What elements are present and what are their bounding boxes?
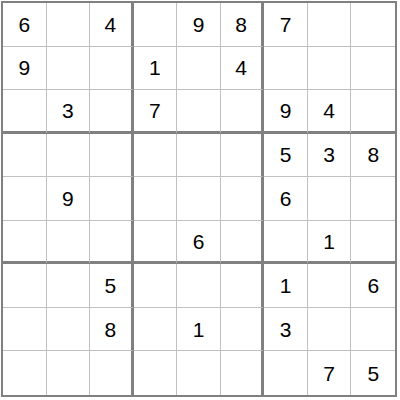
- given-digit: 5: [280, 144, 292, 165]
- cell-r9c1[interactable]: [3, 351, 47, 395]
- cell-r6c6[interactable]: [221, 221, 265, 265]
- cell-r8c1[interactable]: [3, 308, 47, 352]
- cell-r2c5[interactable]: [177, 47, 221, 91]
- cell-r4c4[interactable]: [134, 134, 178, 178]
- given-digit: 4: [235, 57, 247, 78]
- cell-r8c6[interactable]: [221, 308, 265, 352]
- cell-r9c2[interactable]: [47, 351, 91, 395]
- cell-r6c9[interactable]: [351, 221, 395, 265]
- given-digit: 4: [323, 100, 335, 121]
- given-digit: 6: [193, 231, 205, 252]
- cell-r5c2[interactable]: 9: [47, 177, 91, 221]
- cell-r8c8[interactable]: [308, 308, 352, 352]
- cell-r1c5[interactable]: 9: [177, 3, 221, 47]
- cell-r3c2[interactable]: 3: [47, 90, 91, 134]
- cell-r7c4[interactable]: [134, 264, 178, 308]
- cell-r9c6[interactable]: [221, 351, 265, 395]
- sudoku-board: 649879143794538966151681375: [1, 1, 397, 397]
- cell-r5c5[interactable]: [177, 177, 221, 221]
- given-digit: 5: [105, 275, 117, 296]
- cell-r4c8[interactable]: 3: [308, 134, 352, 178]
- cell-r5c9[interactable]: [351, 177, 395, 221]
- cell-r4c2[interactable]: [47, 134, 91, 178]
- given-digit: 8: [235, 14, 247, 35]
- cell-r8c5[interactable]: 1: [177, 308, 221, 352]
- given-digit: 6: [18, 14, 30, 35]
- given-digit: 1: [323, 231, 335, 252]
- cell-r4c6[interactable]: [221, 134, 265, 178]
- cell-r3c4[interactable]: 7: [134, 90, 178, 134]
- cell-r9c7[interactable]: [264, 351, 308, 395]
- cell-r9c9[interactable]: 5: [351, 351, 395, 395]
- given-digit: 7: [280, 14, 292, 35]
- cell-r2c7[interactable]: [264, 47, 308, 91]
- cell-r3c8[interactable]: 4: [308, 90, 352, 134]
- cell-r8c4[interactable]: [134, 308, 178, 352]
- cell-r4c5[interactable]: [177, 134, 221, 178]
- cell-r8c3[interactable]: 8: [90, 308, 134, 352]
- given-digit: 1: [149, 57, 161, 78]
- cell-r5c8[interactable]: [308, 177, 352, 221]
- cell-r9c4[interactable]: [134, 351, 178, 395]
- cell-r4c7[interactable]: 5: [264, 134, 308, 178]
- cell-r7c6[interactable]: [221, 264, 265, 308]
- cell-r4c3[interactable]: [90, 134, 134, 178]
- cell-r2c9[interactable]: [351, 47, 395, 91]
- cell-r2c2[interactable]: [47, 47, 91, 91]
- cell-r6c1[interactable]: [3, 221, 47, 265]
- cell-r1c4[interactable]: [134, 3, 178, 47]
- cell-r2c8[interactable]: [308, 47, 352, 91]
- given-digit: 7: [323, 363, 335, 384]
- cell-r7c3[interactable]: 5: [90, 264, 134, 308]
- given-digit: 3: [323, 144, 335, 165]
- cell-r3c7[interactable]: 9: [264, 90, 308, 134]
- cell-r1c7[interactable]: 7: [264, 3, 308, 47]
- given-digit: 9: [280, 100, 292, 121]
- given-digit: 3: [280, 319, 292, 340]
- cell-r1c8[interactable]: [308, 3, 352, 47]
- cell-r6c2[interactable]: [47, 221, 91, 265]
- cell-r8c9[interactable]: [351, 308, 395, 352]
- cell-r8c7[interactable]: 3: [264, 308, 308, 352]
- given-digit: 6: [367, 275, 379, 296]
- cell-r5c6[interactable]: [221, 177, 265, 221]
- given-digit: 8: [367, 144, 379, 165]
- given-digit: 6: [280, 188, 292, 209]
- cell-r7c9[interactable]: 6: [351, 264, 395, 308]
- given-digit: 9: [62, 188, 74, 209]
- cell-r7c1[interactable]: [3, 264, 47, 308]
- given-digit: 9: [18, 57, 30, 78]
- given-digit: 8: [105, 319, 117, 340]
- sudoku-page: 649879143794538966151681375: [0, 0, 400, 400]
- given-digit: 9: [193, 14, 205, 35]
- cell-r5c3[interactable]: [90, 177, 134, 221]
- cell-r1c3[interactable]: 4: [90, 3, 134, 47]
- cell-r7c7[interactable]: 1: [264, 264, 308, 308]
- cell-r2c6[interactable]: 4: [221, 47, 265, 91]
- cell-r4c9[interactable]: 8: [351, 134, 395, 178]
- cell-r1c9[interactable]: [351, 3, 395, 47]
- given-digit: 1: [193, 319, 205, 340]
- cell-r6c8[interactable]: 1: [308, 221, 352, 265]
- given-digit: 1: [280, 275, 292, 296]
- cell-r5c7[interactable]: 6: [264, 177, 308, 221]
- cell-r2c3[interactable]: [90, 47, 134, 91]
- cell-r7c8[interactable]: [308, 264, 352, 308]
- cell-r3c5[interactable]: [177, 90, 221, 134]
- cell-r9c8[interactable]: 7: [308, 351, 352, 395]
- cell-r2c4[interactable]: 1: [134, 47, 178, 91]
- cell-r5c1[interactable]: [3, 177, 47, 221]
- given-digit: 5: [367, 363, 379, 384]
- cell-r6c7[interactable]: [264, 221, 308, 265]
- cell-r7c2[interactable]: [47, 264, 91, 308]
- given-digit: 7: [149, 100, 161, 121]
- given-digit: 3: [62, 100, 74, 121]
- cell-r8c2[interactable]: [47, 308, 91, 352]
- cell-r6c5[interactable]: 6: [177, 221, 221, 265]
- cell-r3c6[interactable]: [221, 90, 265, 134]
- cell-r5c4[interactable]: [134, 177, 178, 221]
- cell-r2c1[interactable]: 9: [3, 47, 47, 91]
- cell-r9c3[interactable]: [90, 351, 134, 395]
- cell-r1c6[interactable]: 8: [221, 3, 265, 47]
- cell-r7c5[interactable]: [177, 264, 221, 308]
- given-digit: 4: [105, 14, 117, 35]
- cell-r1c2[interactable]: [47, 3, 91, 47]
- cell-r4c1[interactable]: [3, 134, 47, 178]
- cell-r3c1[interactable]: [3, 90, 47, 134]
- cell-r6c3[interactable]: [90, 221, 134, 265]
- cell-r3c9[interactable]: [351, 90, 395, 134]
- cell-r3c3[interactable]: [90, 90, 134, 134]
- cell-r9c5[interactable]: [177, 351, 221, 395]
- cell-r6c4[interactable]: [134, 221, 178, 265]
- cell-r1c1[interactable]: 6: [3, 3, 47, 47]
